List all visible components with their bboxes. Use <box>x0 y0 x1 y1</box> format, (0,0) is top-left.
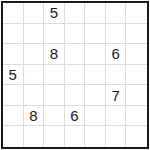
cell-r3c2[interactable] <box>24 44 45 65</box>
cell-r3c3-given: 8 <box>44 44 65 65</box>
cell-r2c7[interactable] <box>126 24 147 45</box>
cell-r6c7[interactable] <box>126 106 147 127</box>
cell-r5c6-given: 7 <box>106 85 127 106</box>
cell-r5c2[interactable] <box>24 85 45 106</box>
cell-r3c1[interactable] <box>3 44 24 65</box>
cell-r1c5[interactable] <box>85 3 106 24</box>
cell-r6c1[interactable] <box>3 106 24 127</box>
cell-r4c4[interactable] <box>65 65 86 86</box>
puzzle-board: 5865786 <box>1 1 149 149</box>
cell-r2c3[interactable] <box>44 24 65 45</box>
cell-r7c7[interactable] <box>126 126 147 147</box>
cell-r7c4[interactable] <box>65 126 86 147</box>
cell-r4c7[interactable] <box>126 65 147 86</box>
cell-r1c7[interactable] <box>126 3 147 24</box>
cell-r7c6[interactable] <box>106 126 127 147</box>
cell-r6c5[interactable] <box>85 106 106 127</box>
cell-r7c3[interactable] <box>44 126 65 147</box>
cell-r2c6[interactable] <box>106 24 127 45</box>
cell-r4c1-given: 5 <box>3 65 24 86</box>
cell-r1c2[interactable] <box>24 3 45 24</box>
cell-r7c2[interactable] <box>24 126 45 147</box>
cell-r5c1[interactable] <box>3 85 24 106</box>
cell-r5c7[interactable] <box>126 85 147 106</box>
cell-r2c4[interactable] <box>65 24 86 45</box>
cell-r1c6[interactable] <box>106 3 127 24</box>
cell-r3c5[interactable] <box>85 44 106 65</box>
cell-r2c5[interactable] <box>85 24 106 45</box>
cell-r3c6-given: 6 <box>106 44 127 65</box>
cell-r5c5[interactable] <box>85 85 106 106</box>
cell-r1c3-given: 5 <box>44 3 65 24</box>
cell-r4c6[interactable] <box>106 65 127 86</box>
cell-r4c3[interactable] <box>44 65 65 86</box>
cell-r2c1[interactable] <box>3 24 24 45</box>
cell-r5c4[interactable] <box>65 85 86 106</box>
cell-r1c4[interactable] <box>65 3 86 24</box>
cell-r6c6[interactable] <box>106 106 127 127</box>
cell-r1c1[interactable] <box>3 3 24 24</box>
cell-r3c4[interactable] <box>65 44 86 65</box>
cell-r4c5[interactable] <box>85 65 106 86</box>
cell-r6c4-given: 6 <box>65 106 86 127</box>
cell-r5c3[interactable] <box>44 85 65 106</box>
cell-r6c2-given: 8 <box>24 106 45 127</box>
cell-r7c1[interactable] <box>3 126 24 147</box>
cell-r4c2[interactable] <box>24 65 45 86</box>
cell-r6c3[interactable] <box>44 106 65 127</box>
cell-r7c5[interactable] <box>85 126 106 147</box>
cell-r3c7[interactable] <box>126 44 147 65</box>
cell-r2c2[interactable] <box>24 24 45 45</box>
